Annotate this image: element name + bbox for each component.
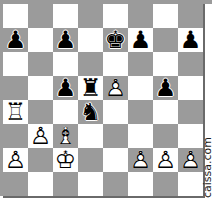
square-a7[interactable]: ♟: [3, 28, 28, 52]
white-pawn: ♟♙: [103, 76, 128, 100]
square-a8[interactable]: [3, 4, 28, 28]
square-d5[interactable]: ♜: [78, 76, 103, 100]
black-pawn: ♟: [128, 28, 153, 52]
square-c8[interactable]: [53, 4, 78, 28]
square-d7[interactable]: [78, 28, 103, 52]
square-e7[interactable]: ♚: [103, 28, 128, 52]
square-c2[interactable]: ♚♔: [53, 148, 78, 172]
square-f1[interactable]: [128, 172, 153, 196]
black-pawn: ♟: [178, 28, 203, 52]
square-c3[interactable]: ♝♗: [53, 124, 78, 148]
square-f4[interactable]: [128, 100, 153, 124]
square-f8[interactable]: [128, 4, 153, 28]
square-a6[interactable]: [3, 52, 28, 76]
white-pawn: ♟♙: [153, 148, 178, 172]
black-pawn: ♟: [153, 76, 178, 100]
square-d1[interactable]: [78, 172, 103, 196]
square-g6[interactable]: [153, 52, 178, 76]
square-b1[interactable]: [28, 172, 53, 196]
white-pawn: ♟♙: [3, 148, 28, 172]
black-pawn: ♟: [53, 28, 78, 52]
square-d3[interactable]: [78, 124, 103, 148]
square-a4[interactable]: ♜♖: [3, 100, 28, 124]
square-h5[interactable]: [178, 76, 203, 100]
square-e1[interactable]: [103, 172, 128, 196]
square-h6[interactable]: [178, 52, 203, 76]
white-rook: ♜♖: [3, 100, 28, 124]
square-a2[interactable]: ♟♙: [3, 148, 28, 172]
square-e3[interactable]: [103, 124, 128, 148]
square-g4[interactable]: [153, 100, 178, 124]
square-e5[interactable]: ♟♙: [103, 76, 128, 100]
square-c4[interactable]: [53, 100, 78, 124]
square-d4[interactable]: ♞: [78, 100, 103, 124]
square-e8[interactable]: [103, 4, 128, 28]
square-b6[interactable]: [28, 52, 53, 76]
square-b5[interactable]: [28, 76, 53, 100]
square-f2[interactable]: ♟♙: [128, 148, 153, 172]
square-d8[interactable]: [78, 4, 103, 28]
square-h2[interactable]: ♟♙: [178, 148, 203, 172]
black-king: ♚: [103, 28, 128, 52]
white-pawn: ♟♙: [28, 124, 53, 148]
square-e4[interactable]: [103, 100, 128, 124]
square-c7[interactable]: ♟: [53, 28, 78, 52]
square-a5[interactable]: [3, 76, 28, 100]
square-h7[interactable]: ♟: [178, 28, 203, 52]
white-pawn: ♟♙: [128, 148, 153, 172]
square-e2[interactable]: [103, 148, 128, 172]
square-f3[interactable]: [128, 124, 153, 148]
square-c1[interactable]: [53, 172, 78, 196]
square-e6[interactable]: [103, 52, 128, 76]
black-pawn: ♟: [53, 76, 78, 100]
square-a3[interactable]: [3, 124, 28, 148]
square-d6[interactable]: [78, 52, 103, 76]
square-g5[interactable]: ♟: [153, 76, 178, 100]
square-b2[interactable]: [28, 148, 53, 172]
square-c5[interactable]: ♟: [53, 76, 78, 100]
square-h1[interactable]: [178, 172, 203, 196]
square-h4[interactable]: [178, 100, 203, 124]
square-g3[interactable]: [153, 124, 178, 148]
square-f5[interactable]: [128, 76, 153, 100]
square-g1[interactable]: [153, 172, 178, 196]
white-king: ♚♔: [53, 148, 78, 172]
square-f6[interactable]: [128, 52, 153, 76]
black-pawn: ♟: [3, 28, 28, 52]
square-h3[interactable]: [178, 124, 203, 148]
chess-diagram: ♟♟♚♟♟♟♜♟♙♟♜♖♞♟♙♝♗♟♙♚♔♟♙♟♙♟♙ caissa.com: [0, 0, 212, 200]
white-pawn: ♟♙: [178, 148, 203, 172]
square-a1[interactable]: [3, 172, 28, 196]
square-g7[interactable]: [153, 28, 178, 52]
square-g2[interactable]: ♟♙: [153, 148, 178, 172]
black-rook: ♜: [78, 76, 103, 100]
square-h8[interactable]: [178, 4, 203, 28]
square-b4[interactable]: [28, 100, 53, 124]
square-d2[interactable]: [78, 148, 103, 172]
square-b3[interactable]: ♟♙: [28, 124, 53, 148]
square-c6[interactable]: [53, 52, 78, 76]
chess-board: ♟♟♚♟♟♟♜♟♙♟♜♖♞♟♙♝♗♟♙♚♔♟♙♟♙♟♙: [3, 4, 205, 198]
black-knight: ♞: [78, 100, 103, 124]
square-b8[interactable]: [28, 4, 53, 28]
square-b7[interactable]: [28, 28, 53, 52]
white-bishop: ♝♗: [53, 124, 78, 148]
square-g8[interactable]: [153, 4, 178, 28]
site-caption: caissa.com: [201, 137, 212, 198]
square-f7[interactable]: ♟: [128, 28, 153, 52]
